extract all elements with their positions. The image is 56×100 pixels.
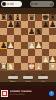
square-b1[interactable]: ♞ (7, 63, 14, 70)
hint-button-label: Hint (35, 80, 51, 82)
piece-black-p-h7[interactable]: ♟ (49, 21, 56, 28)
piece-white-b-f1[interactable]: ♝ (35, 63, 42, 70)
piece-black-q-e8[interactable]: ♛ (28, 14, 35, 21)
square-d3[interactable] (21, 49, 28, 56)
white-player-clock: 0:00 (1, 1, 22, 7)
white-clock-text: 0:00 (7, 3, 14, 6)
square-f6[interactable]: ♞ (35, 28, 42, 35)
square-c3[interactable] (14, 49, 21, 56)
piece-white-p-f4[interactable]: ♟ (35, 42, 42, 49)
square-f4[interactable]: ♟ (35, 42, 42, 49)
square-d2[interactable] (21, 56, 28, 63)
square-b4[interactable]: ♟ (7, 42, 14, 49)
square-b6[interactable] (7, 28, 14, 35)
square-g4[interactable] (42, 42, 49, 49)
piece-black-n-f6[interactable]: ♞ (35, 28, 42, 35)
piece-white-p-b4[interactable]: ♟ (7, 42, 14, 49)
square-h5[interactable] (49, 35, 56, 42)
undo-button[interactable]: Undo (23, 74, 33, 82)
square-h7[interactable]: ♟ (49, 21, 56, 28)
chess-board[interactable]: ♜♞♝♛♚♜♟♟♟♟♟♞♟♟♟♟♟♟♜♞♚♝♜ (0, 14, 56, 70)
square-b3[interactable] (7, 49, 14, 56)
square-d5[interactable] (21, 35, 28, 42)
ad-info-icon[interactable]: i (49, 91, 54, 96)
black-player-clock: 0:00 (30, 1, 54, 7)
header-bar: 0:00 0:00 (0, 0, 56, 8)
undo-button-label: Undo (20, 80, 36, 82)
square-c5[interactable] (14, 35, 21, 42)
gear-icon[interactable] (50, 3, 53, 6)
square-c7[interactable]: ♟ (14, 21, 21, 28)
piece-black-p-c7[interactable]: ♟ (14, 21, 21, 28)
black-clock-text: 0:00 (31, 3, 50, 6)
player-avatar-icon (2, 2, 6, 6)
square-c4[interactable] (14, 42, 21, 49)
square-a6[interactable] (0, 28, 7, 35)
square-f3[interactable] (35, 49, 42, 56)
ad-banner[interactable]: KOMMER TORSDAG EL POLLOKINO i (0, 86, 56, 100)
square-e8[interactable]: ♛ (28, 14, 35, 21)
square-d7[interactable] (21, 21, 28, 28)
square-f1[interactable]: ♝ (35, 63, 42, 70)
piece-white-r-h1[interactable]: ♜ (49, 63, 56, 70)
square-c6[interactable] (14, 28, 21, 35)
square-h1[interactable]: ♜ (49, 63, 56, 70)
ad-text-block: KOMMER TORSDAG EL POLLOKINO (10, 90, 47, 96)
square-a3[interactable] (0, 49, 7, 56)
hint-button[interactable]: Hint (38, 74, 48, 82)
square-h6[interactable] (49, 28, 56, 35)
square-e3[interactable] (28, 49, 35, 56)
square-h4[interactable] (49, 42, 56, 49)
game-controls: Menu Undo Hint (0, 72, 56, 82)
ad-logo-icon (1, 90, 8, 97)
square-g6[interactable] (42, 28, 49, 35)
square-g5[interactable] (42, 35, 49, 42)
square-c2[interactable] (14, 56, 21, 63)
square-c1[interactable] (14, 63, 21, 70)
menu-button[interactable]: Menu (8, 74, 18, 82)
ad-subtext: EL POLLOKINO (10, 93, 47, 96)
piece-white-n-b1[interactable]: ♞ (7, 63, 14, 70)
menu-button-label: Menu (5, 80, 21, 82)
